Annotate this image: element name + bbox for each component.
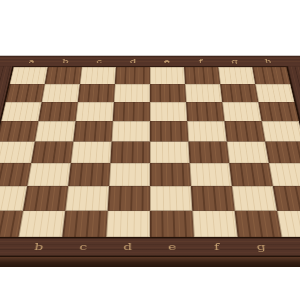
square-e2[interactable] [150,186,192,211]
square-a6[interactable] [1,102,41,121]
square-b8[interactable] [45,67,82,84]
board-frame-bottom: a b c d e f g h [0,238,300,257]
square-e1[interactable] [150,211,194,237]
square-f4[interactable] [188,142,229,164]
file-label-top-h: h [250,56,286,66]
square-c5[interactable] [73,121,113,141]
square-d3[interactable] [109,163,150,186]
square-h4[interactable] [265,142,300,164]
square-d5[interactable] [112,121,150,141]
square-f3[interactable] [190,163,232,186]
board-frame-top: a b c d e f g h [0,56,300,67]
square-g8[interactable] [218,67,255,84]
square-c3[interactable] [68,163,110,186]
square-h3[interactable] [269,163,300,186]
square-c7[interactable] [78,84,115,102]
board-middle-band [0,66,300,238]
file-label-bottom-f: f [194,238,240,255]
square-b5[interactable] [35,121,76,141]
file-label-top-c: c [82,56,117,66]
square-c4[interactable] [71,142,112,164]
square-g5[interactable] [224,121,265,141]
file-label-top-e: e [150,56,184,66]
square-b3[interactable] [27,163,71,186]
square-b7[interactable] [42,84,80,102]
file-label-bottom-d: d [105,238,150,255]
square-h1[interactable] [277,211,300,237]
square-e7[interactable] [150,84,186,102]
square-f8[interactable] [184,67,220,84]
square-c8[interactable] [80,67,116,84]
square-d1[interactable] [106,211,150,237]
file-label-bottom-e: e [150,238,195,255]
file-label-bottom-g: g [238,238,285,255]
file-label-top-a: a [14,56,50,66]
square-g3[interactable] [229,163,273,186]
square-g4[interactable] [227,142,269,164]
square-h5[interactable] [262,121,300,141]
square-b4[interactable] [31,142,73,164]
board-front-edge [0,257,300,267]
square-f6[interactable] [186,102,224,121]
file-label-top-b: b [48,56,83,66]
square-f7[interactable] [185,84,222,102]
square-a5[interactable] [0,121,38,141]
square-f5[interactable] [187,121,227,141]
square-a4[interactable] [0,142,35,164]
playing-area [0,66,300,238]
file-label-top-d: d [116,56,150,66]
square-e3[interactable] [150,163,191,186]
chess-board: a b c d e f g h a b c d e f g h [0,56,300,257]
square-h6[interactable] [258,102,298,121]
square-b1[interactable] [18,211,65,237]
square-d7[interactable] [114,84,150,102]
square-c6[interactable] [76,102,114,121]
square-b6[interactable] [38,102,77,121]
file-label-bottom-h: h [282,238,300,255]
square-g6[interactable] [222,102,261,121]
square-c1[interactable] [62,211,107,237]
square-a8[interactable] [10,67,48,84]
square-d4[interactable] [110,142,150,164]
square-h2[interactable] [273,186,300,211]
file-label-bottom-b: b [15,238,62,255]
square-g2[interactable] [232,186,277,211]
square-b2[interactable] [23,186,68,211]
photo-background: a b c d e f g h a b c d e f g h [0,0,300,300]
square-d2[interactable] [108,186,150,211]
square-e6[interactable] [150,102,187,121]
square-g1[interactable] [235,211,282,237]
square-f1[interactable] [192,211,237,237]
file-label-bottom-c: c [60,238,106,255]
square-d8[interactable] [115,67,150,84]
square-a7[interactable] [6,84,45,102]
square-e5[interactable] [150,121,188,141]
square-f2[interactable] [191,186,235,211]
square-h8[interactable] [252,67,290,84]
square-e4[interactable] [150,142,190,164]
square-h7[interactable] [255,84,294,102]
file-label-top-g: g [217,56,252,66]
file-label-top-f: f [183,56,218,66]
square-e8[interactable] [150,67,185,84]
square-a3[interactable] [0,163,31,186]
square-c2[interactable] [65,186,109,211]
square-d6[interactable] [113,102,150,121]
square-g7[interactable] [220,84,258,102]
